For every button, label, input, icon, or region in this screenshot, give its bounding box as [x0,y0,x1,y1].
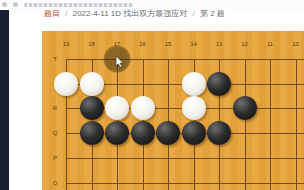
breadcrumb-current-problem: 第 2 题 [200,9,225,18]
col-label-12: 12 [241,41,248,47]
col-label-10: 10 [292,41,299,47]
row-label-O: O [53,180,58,186]
col-label-13: 13 [216,41,223,47]
black-stone-13Q [207,121,231,145]
page-side-strip [0,10,9,190]
row-label-R: R [53,105,57,111]
breadcrumb-link-problems[interactable]: 题目 [44,9,60,18]
black-stone-12R [233,96,257,120]
black-stone-14Q [182,121,206,145]
grid-line-col-11 [270,59,271,190]
grid-line-col-12 [245,59,246,190]
black-stone-18R [80,96,104,120]
grid-line-col-10 [296,59,297,190]
grid-line-row-O [66,183,304,184]
goban[interactable]: 19181716151413121110TSRQPO [42,31,304,190]
breadcrumb-link-collection[interactable]: 2022-4-11 1D 找出双方最强应对 [73,9,188,18]
col-label-15: 15 [165,41,172,47]
row-label-P: P [53,155,57,161]
black-stone-17Q [105,121,129,145]
black-stone-13S [207,72,231,96]
black-stone-18Q [80,121,104,145]
breadcrumb: 题目 / 2022-4-11 1D 找出双方最强应对 / 第 2 题 [44,8,225,20]
col-label-11: 11 [267,41,273,47]
browser-url-text-blur [24,3,134,7]
black-stone-15Q [156,121,180,145]
browser-icon[interactable] [13,2,18,7]
white-stone-14R [182,96,206,120]
grid-line-row-P [66,158,304,159]
white-stone-16R [131,96,155,120]
col-label-14: 14 [190,41,197,47]
row-label-Q: Q [53,130,58,136]
white-stone-14S [182,72,206,96]
col-label-16: 16 [139,41,146,47]
white-stone-18S [80,72,104,96]
row-label-T: T [53,56,57,62]
browser-icon[interactable] [2,2,7,7]
black-stone-16Q [131,121,155,145]
col-label-19: 19 [63,41,70,47]
white-stone-19S [54,72,78,96]
col-label-18: 18 [88,41,95,47]
breadcrumb-separator: / [65,9,67,18]
white-stone-17R [105,96,129,120]
breadcrumb-separator: / [193,9,195,18]
grid-line-row-T [66,59,304,60]
mouse-cursor-icon [115,56,125,68]
